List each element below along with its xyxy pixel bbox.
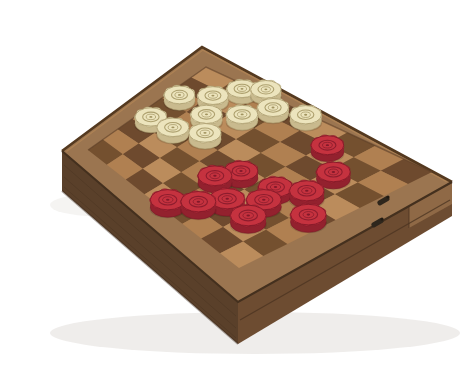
piece-white-5[interactable] <box>257 98 289 124</box>
piece-red-21[interactable] <box>180 191 216 220</box>
piece-white-8[interactable] <box>289 105 322 132</box>
piece-white-3[interactable] <box>164 85 196 111</box>
draughts-board-scene <box>0 0 468 382</box>
piece-red-12[interactable] <box>310 135 344 163</box>
piece-white-7[interactable] <box>226 105 259 132</box>
piece-red-23[interactable] <box>230 204 267 234</box>
draughts-box-photo <box>0 0 468 382</box>
piece-white-10[interactable] <box>156 117 189 144</box>
piece-red-22[interactable] <box>290 203 327 233</box>
piece-white-11[interactable] <box>188 123 221 150</box>
